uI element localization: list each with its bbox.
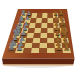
square-4-5	[47, 33, 54, 38]
square-7-3	[31, 48, 39, 53]
square-7-5	[47, 48, 55, 53]
square-1-3	[36, 18, 42, 23]
square-1-7	[59, 18, 65, 23]
square-7-6	[55, 48, 63, 53]
square-3-6	[54, 28, 61, 33]
square-2-7	[59, 23, 66, 28]
square-6-1	[17, 43, 26, 48]
square-2-6	[53, 23, 59, 28]
square-7-2	[23, 48, 32, 53]
square-7-7	[62, 48, 71, 53]
square-6-6	[54, 43, 62, 48]
square-5-6	[54, 38, 62, 43]
square-6-4	[39, 43, 47, 48]
square-3-4	[41, 28, 48, 33]
square-6-7	[62, 43, 70, 48]
square-5-7	[61, 38, 69, 43]
square-7-4	[39, 48, 47, 53]
square-3-7	[60, 28, 67, 33]
square-6-5	[47, 43, 55, 48]
square-1-5	[47, 18, 53, 23]
square-6-2	[24, 43, 32, 48]
square-4-4	[40, 33, 47, 38]
frame-bottom-highlight	[3, 64, 74, 66]
square-2-2	[29, 23, 36, 28]
square-7-1	[15, 48, 24, 53]
square-0-6	[53, 13, 59, 18]
square-5-2	[25, 38, 33, 43]
square-3-2	[28, 28, 35, 33]
square-2-5	[47, 23, 53, 28]
square-0-7	[58, 13, 64, 18]
square-0-3	[37, 13, 43, 18]
square-4-7	[60, 33, 68, 38]
chess-board	[0, 0, 75, 75]
frame-near-face	[2, 59, 75, 65]
square-4-2	[26, 33, 34, 38]
square-5-3	[33, 38, 41, 43]
square-4-3	[33, 33, 40, 38]
square-4-6	[54, 33, 61, 38]
square-5-4	[40, 38, 47, 43]
square-0-5	[48, 13, 53, 18]
chess-set-photo: ♜♟♟♜♞♟♟♞♝♟♟♝♛♟♟♛♚♟♟♚♝♟♟♝♞♟♟♞♜♟♟♜	[0, 0, 75, 75]
square-1-2	[30, 18, 37, 23]
square-6-3	[32, 43, 40, 48]
square-1-4	[42, 18, 48, 23]
square-5-5	[47, 38, 54, 43]
square-3-5	[47, 28, 54, 33]
square-2-3	[35, 23, 42, 28]
square-2-4	[41, 23, 47, 28]
square-3-3	[34, 28, 41, 33]
square-1-6	[53, 18, 59, 23]
square-0-4	[42, 13, 48, 18]
